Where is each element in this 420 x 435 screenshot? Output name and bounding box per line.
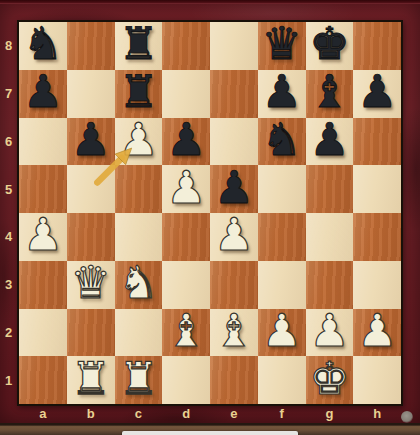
square-d7[interactable] — [162, 70, 210, 118]
rank-label-3: 3 — [0, 261, 17, 309]
square-h7[interactable]: ♟ — [353, 70, 401, 118]
square-a4[interactable]: ♟ — [19, 213, 67, 261]
square-f7[interactable]: ♟ — [258, 70, 306, 118]
piece-black-rook[interactable]: ♜ — [118, 21, 158, 66]
square-a2[interactable] — [19, 309, 67, 357]
square-g5[interactable] — [306, 165, 354, 213]
resize-dot-icon — [401, 411, 413, 423]
square-c5[interactable] — [115, 165, 163, 213]
file-label-h: h — [353, 403, 401, 423]
square-g4[interactable] — [306, 213, 354, 261]
piece-white-pawn[interactable]: ♟ — [23, 212, 63, 257]
piece-black-pawn[interactable]: ♟ — [23, 69, 63, 114]
square-h5[interactable] — [353, 165, 401, 213]
file-labels: abcdefgh — [19, 403, 401, 423]
square-g1[interactable]: ♚ — [306, 356, 354, 404]
square-g7[interactable]: ♝ — [306, 70, 354, 118]
rank-label-2: 2 — [0, 309, 17, 357]
piece-black-pawn[interactable]: ♟ — [214, 165, 254, 210]
square-h3[interactable] — [353, 261, 401, 309]
file-label-a: a — [19, 403, 67, 423]
piece-white-pawn[interactable]: ♟ — [118, 117, 158, 162]
file-label-e: e — [210, 403, 258, 423]
rank-label-6: 6 — [0, 118, 17, 166]
square-h8[interactable] — [353, 22, 401, 70]
piece-white-knight[interactable]: ♞ — [118, 260, 158, 305]
square-b8[interactable] — [67, 22, 115, 70]
piece-black-king[interactable]: ♚ — [309, 21, 349, 66]
square-f8[interactable]: ♛ — [258, 22, 306, 70]
square-a6[interactable] — [19, 118, 67, 166]
square-h2[interactable]: ♟ — [353, 309, 401, 357]
square-d3[interactable] — [162, 261, 210, 309]
square-b7[interactable] — [67, 70, 115, 118]
square-a5[interactable] — [19, 165, 67, 213]
square-f2[interactable]: ♟ — [258, 309, 306, 357]
piece-black-pawn[interactable]: ♟ — [357, 69, 397, 114]
piece-white-king[interactable]: ♚ — [309, 356, 349, 401]
square-h1[interactable] — [353, 356, 401, 404]
piece-white-pawn[interactable]: ♟ — [214, 212, 254, 257]
piece-black-knight[interactable]: ♞ — [23, 21, 63, 66]
piece-white-rook[interactable]: ♜ — [70, 356, 110, 401]
piece-white-pawn[interactable]: ♟ — [309, 308, 349, 353]
piece-black-pawn[interactable]: ♟ — [70, 117, 110, 162]
background-window-edge — [122, 431, 298, 435]
piece-black-pawn[interactable]: ♟ — [166, 117, 206, 162]
square-d8[interactable] — [162, 22, 210, 70]
square-f5[interactable] — [258, 165, 306, 213]
piece-white-bishop[interactable]: ♝ — [166, 308, 206, 353]
rank-label-4: 4 — [0, 213, 17, 261]
piece-black-knight[interactable]: ♞ — [261, 117, 301, 162]
square-c7[interactable]: ♜ — [115, 70, 163, 118]
rank-label-8: 8 — [0, 22, 17, 70]
rank-label-1: 1 — [0, 356, 17, 404]
square-e2[interactable]: ♝ — [210, 309, 258, 357]
square-c6[interactable]: ♟ — [115, 118, 163, 166]
square-e3[interactable] — [210, 261, 258, 309]
square-g2[interactable]: ♟ — [306, 309, 354, 357]
square-e5[interactable]: ♟ — [210, 165, 258, 213]
square-a7[interactable]: ♟ — [19, 70, 67, 118]
square-e1[interactable] — [210, 356, 258, 404]
square-e4[interactable]: ♟ — [210, 213, 258, 261]
board-container: ♞♜♛♚♟♜♟♝♟♟♟♟♞♟♟♟♟♟♛♞♝♝♟♟♟♜♜♚ — [17, 20, 403, 406]
piece-white-pawn[interactable]: ♟ — [261, 308, 301, 353]
square-c1[interactable]: ♜ — [115, 356, 163, 404]
square-c3[interactable]: ♞ — [115, 261, 163, 309]
square-c8[interactable]: ♜ — [115, 22, 163, 70]
square-e6[interactable] — [210, 118, 258, 166]
square-a1[interactable] — [19, 356, 67, 404]
square-f6[interactable]: ♞ — [258, 118, 306, 166]
file-label-c: c — [115, 403, 163, 423]
square-b6[interactable]: ♟ — [67, 118, 115, 166]
square-f3[interactable] — [258, 261, 306, 309]
square-h6[interactable] — [353, 118, 401, 166]
piece-black-queen[interactable]: ♛ — [261, 21, 301, 66]
rank-label-5: 5 — [0, 165, 17, 213]
square-b1[interactable]: ♜ — [67, 356, 115, 404]
square-g3[interactable] — [306, 261, 354, 309]
rank-label-7: 7 — [0, 70, 17, 118]
piece-black-pawn[interactable]: ♟ — [309, 117, 349, 162]
square-c2[interactable] — [115, 309, 163, 357]
square-d2[interactable]: ♝ — [162, 309, 210, 357]
piece-white-rook[interactable]: ♜ — [118, 356, 158, 401]
piece-black-pawn[interactable]: ♟ — [261, 69, 301, 114]
board: ♞♜♛♚♟♜♟♝♟♟♟♟♞♟♟♟♟♟♛♞♝♝♟♟♟♜♜♚ — [19, 22, 401, 404]
square-d1[interactable] — [162, 356, 210, 404]
square-b3[interactable]: ♛ — [67, 261, 115, 309]
square-d5[interactable]: ♟ — [162, 165, 210, 213]
piece-black-rook[interactable]: ♜ — [118, 69, 158, 114]
square-d4[interactable] — [162, 213, 210, 261]
piece-white-queen[interactable]: ♛ — [70, 260, 110, 305]
square-e7[interactable] — [210, 70, 258, 118]
file-label-b: b — [67, 403, 115, 423]
rank-labels: 87654321 — [0, 22, 17, 404]
file-label-g: g — [306, 403, 354, 423]
file-label-d: d — [162, 403, 210, 423]
square-b4[interactable] — [67, 213, 115, 261]
square-a8[interactable]: ♞ — [19, 22, 67, 70]
square-f1[interactable] — [258, 356, 306, 404]
piece-black-bishop[interactable]: ♝ — [309, 69, 349, 114]
square-f4[interactable] — [258, 213, 306, 261]
file-label-f: f — [258, 403, 306, 423]
piece-white-pawn[interactable]: ♟ — [357, 308, 397, 353]
square-b2[interactable] — [67, 309, 115, 357]
square-a3[interactable] — [19, 261, 67, 309]
square-g6[interactable]: ♟ — [306, 118, 354, 166]
square-d6[interactable]: ♟ — [162, 118, 210, 166]
piece-white-bishop[interactable]: ♝ — [214, 308, 254, 353]
square-g8[interactable]: ♚ — [306, 22, 354, 70]
square-b5[interactable] — [67, 165, 115, 213]
square-e8[interactable] — [210, 22, 258, 70]
square-c4[interactable] — [115, 213, 163, 261]
square-h4[interactable] — [353, 213, 401, 261]
piece-white-pawn[interactable]: ♟ — [166, 165, 206, 210]
frame-top-edge — [0, 0, 420, 4]
